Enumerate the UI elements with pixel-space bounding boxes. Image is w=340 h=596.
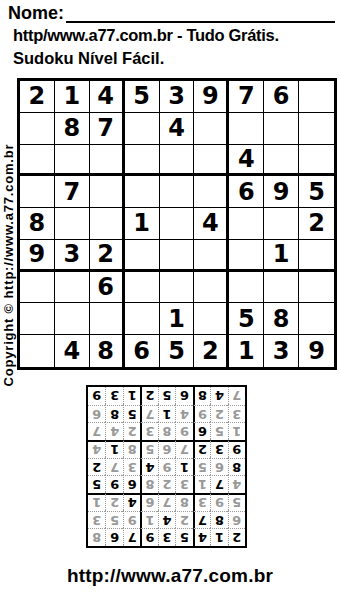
puzzle-cell-r7c2[interactable] bbox=[55, 272, 90, 304]
solution-cell-r5c4: 1 bbox=[175, 458, 192, 476]
puzzle-cell-r8c2[interactable] bbox=[55, 303, 90, 335]
solution-cell-r2c8: 5 bbox=[105, 511, 122, 529]
solution-cell-r6c8: 1 bbox=[105, 440, 122, 458]
solution-cell-r8c4: 4 bbox=[175, 405, 192, 423]
solution-cell-r5c5: 9 bbox=[158, 458, 175, 476]
puzzle-cell-r7c1[interactable] bbox=[20, 272, 55, 304]
solution-cell-r3c3: 3 bbox=[193, 493, 210, 511]
solution-cell-r6c7: 8 bbox=[123, 440, 140, 458]
puzzle-cell-r7c5[interactable] bbox=[160, 272, 195, 304]
solution-cell-r6c6: 5 bbox=[140, 440, 157, 458]
solution-cell-r4c9: 5 bbox=[88, 475, 105, 493]
solution-cell-r1c1: 2 bbox=[228, 528, 245, 546]
puzzle-cell-r2c3: 7 bbox=[90, 113, 125, 145]
puzzle-cell-r5c8[interactable] bbox=[264, 208, 299, 240]
puzzle-cell-r4c9: 5 bbox=[299, 176, 334, 208]
solution-cell-r4c4: 3 bbox=[175, 475, 192, 493]
solution-cell-r5c1: 8 bbox=[228, 458, 245, 476]
solution-cell-r9c4: 6 bbox=[175, 387, 192, 405]
solution-cell-r8c6: 7 bbox=[140, 405, 157, 423]
puzzle-cell-r8c4[interactable] bbox=[125, 303, 160, 335]
solution-cell-r7c8: 4 bbox=[105, 422, 122, 440]
name-row: Nome: bbox=[8, 2, 335, 23]
puzzle-cell-r9c9: 9 bbox=[299, 335, 334, 367]
puzzle-cell-r4c7: 6 bbox=[229, 176, 264, 208]
solution-cell-r7c4: 9 bbox=[175, 422, 192, 440]
puzzle-cell-r5c3[interactable] bbox=[90, 208, 125, 240]
puzzle-cell-r9c7: 1 bbox=[229, 335, 264, 367]
puzzle-cell-r9c1[interactable] bbox=[20, 335, 55, 367]
solution-cell-r6c9: 4 bbox=[88, 440, 105, 458]
solution-cell-r3c4: 8 bbox=[175, 493, 192, 511]
solution-cell-r1c9: 8 bbox=[88, 528, 105, 546]
solution-cell-r9c9: 9 bbox=[88, 387, 105, 405]
solution-cell-r7c9: 7 bbox=[88, 422, 105, 440]
puzzle-cell-r4c6[interactable] bbox=[194, 176, 229, 208]
puzzle-cell-r1c5: 3 bbox=[160, 81, 195, 113]
solution-cell-r7c1: 1 bbox=[228, 422, 245, 440]
solution-cell-r7c7: 2 bbox=[123, 422, 140, 440]
puzzle-cell-r8c7: 5 bbox=[229, 303, 264, 335]
solution-cell-r5c8: 7 bbox=[105, 458, 122, 476]
solution-cell-r1c8: 6 bbox=[105, 528, 122, 546]
puzzle-cell-r9c4: 6 bbox=[125, 335, 160, 367]
solution-cell-r5c3: 5 bbox=[193, 458, 210, 476]
puzzle-cell-r2c7[interactable] bbox=[229, 113, 264, 145]
solution-cell-r6c2: 3 bbox=[210, 440, 227, 458]
solution-cell-r6c1: 9 bbox=[228, 440, 245, 458]
puzzle-cell-r3c2[interactable] bbox=[55, 145, 90, 177]
puzzle-cell-r2c5: 4 bbox=[160, 113, 195, 145]
solution-cell-r2c4: 2 bbox=[175, 511, 192, 529]
puzzle-cell-r4c2: 7 bbox=[55, 176, 90, 208]
solution-cell-r1c4: 5 bbox=[175, 528, 192, 546]
solution-cell-r1c2: 1 bbox=[210, 528, 227, 546]
solution-cell-r1c6: 9 bbox=[140, 528, 157, 546]
puzzle-cell-r6c6[interactable] bbox=[194, 240, 229, 272]
puzzle-cell-r7c8[interactable] bbox=[264, 272, 299, 304]
solution-cell-r2c5: 4 bbox=[158, 511, 175, 529]
puzzle-cell-r1c9[interactable] bbox=[299, 81, 334, 113]
puzzle-cell-r4c3[interactable] bbox=[90, 176, 125, 208]
copyright-vertical-text: Copyright © http://www.a77.com.br bbox=[1, 85, 17, 445]
solution-cell-r8c8: 8 bbox=[105, 405, 122, 423]
puzzle-cell-r3c1[interactable] bbox=[20, 145, 55, 177]
puzzle-cell-r3c6[interactable] bbox=[194, 145, 229, 177]
puzzle-cell-r3c7: 4 bbox=[229, 145, 264, 177]
solution-cell-r6c4: 7 bbox=[175, 440, 192, 458]
puzzle-cell-r1c8: 6 bbox=[264, 81, 299, 113]
solution-cell-r7c2: 5 bbox=[210, 422, 227, 440]
puzzle-cell-r8c5: 1 bbox=[160, 303, 195, 335]
puzzle-cell-r7c4[interactable] bbox=[125, 272, 160, 304]
puzzle-cell-r2c9[interactable] bbox=[299, 113, 334, 145]
puzzle-cell-r9c2: 4 bbox=[55, 335, 90, 367]
solution-cell-r6c3: 2 bbox=[193, 440, 210, 458]
puzzle-cell-r4c5[interactable] bbox=[160, 176, 195, 208]
solution-cell-r3c6: 6 bbox=[140, 493, 157, 511]
puzzle-cell-r4c8: 9 bbox=[264, 176, 299, 208]
solution-cell-r2c3: 7 bbox=[193, 511, 210, 529]
solution-cell-r2c2: 8 bbox=[210, 511, 227, 529]
puzzle-cell-r4c1[interactable] bbox=[20, 176, 55, 208]
puzzle-cell-r1c4: 5 bbox=[125, 81, 160, 113]
puzzle-cell-r1c7: 7 bbox=[229, 81, 264, 113]
solution-cell-r2c6: 1 bbox=[140, 511, 157, 529]
puzzle-cell-r9c8: 3 bbox=[264, 335, 299, 367]
puzzle-cell-r5c9: 2 bbox=[299, 208, 334, 240]
puzzle-cell-r3c4[interactable] bbox=[125, 145, 160, 177]
puzzle-cell-r9c3: 8 bbox=[90, 335, 125, 367]
puzzle-cell-r3c9[interactable] bbox=[299, 145, 334, 177]
puzzle-cell-r6c9[interactable] bbox=[299, 240, 334, 272]
puzzle-cell-r6c8: 1 bbox=[264, 240, 299, 272]
puzzle-cell-r5c2[interactable] bbox=[55, 208, 90, 240]
name-fill-line[interactable] bbox=[66, 2, 335, 23]
solution-cell-r3c9: 1 bbox=[88, 493, 105, 511]
puzzle-cell-r5c7[interactable] bbox=[229, 208, 264, 240]
solution-cell-r9c6: 2 bbox=[140, 387, 157, 405]
puzzle-cell-r6c1: 9 bbox=[20, 240, 55, 272]
solution-cell-r8c1: 3 bbox=[228, 405, 245, 423]
puzzle-cell-r2c8[interactable] bbox=[264, 113, 299, 145]
footer-url: http://www.a77.com.br bbox=[0, 565, 340, 587]
solution-cell-r2c9: 3 bbox=[88, 511, 105, 529]
puzzle-cell-r6c4[interactable] bbox=[125, 240, 160, 272]
puzzle-cell-r6c7[interactable] bbox=[229, 240, 264, 272]
puzzle-cell-r8c3[interactable] bbox=[90, 303, 125, 335]
solution-cell-r1c7: 7 bbox=[123, 528, 140, 546]
solution-cell-r8c3: 9 bbox=[193, 405, 210, 423]
solution-cell-r5c6: 4 bbox=[140, 458, 157, 476]
puzzle-cell-r5c5[interactable] bbox=[160, 208, 195, 240]
puzzle-cell-r6c5[interactable] bbox=[160, 240, 195, 272]
solution-cell-r7c5: 8 bbox=[158, 422, 175, 440]
solution-cell-r7c3: 6 bbox=[193, 422, 210, 440]
solution-cell-r9c7: 1 bbox=[123, 387, 140, 405]
solution-cell-r5c9: 2 bbox=[88, 458, 105, 476]
solution-cell-r4c1: 4 bbox=[228, 475, 245, 493]
solution-cell-r4c2: 7 bbox=[210, 475, 227, 493]
name-label: Nome: bbox=[8, 3, 64, 23]
puzzle-cell-r1c1: 2 bbox=[20, 81, 55, 113]
puzzle-cell-r3c5[interactable] bbox=[160, 145, 195, 177]
puzzle-grid: 214539768744769581429321615848652139 bbox=[17, 78, 337, 370]
puzzle-cell-r1c2: 1 bbox=[55, 81, 90, 113]
puzzle-cell-r3c3[interactable] bbox=[90, 145, 125, 177]
puzzle-cell-r2c4[interactable] bbox=[125, 113, 160, 145]
solution-grid-rotated: 2145397686872419535938764214713286958651… bbox=[86, 385, 247, 548]
solution-cell-r2c1: 6 bbox=[228, 511, 245, 529]
solution-cell-r8c9: 6 bbox=[88, 405, 105, 423]
solution-cell-r2c7: 9 bbox=[123, 511, 140, 529]
solution-cell-r4c6: 8 bbox=[140, 475, 157, 493]
solution-cell-r9c5: 5 bbox=[158, 387, 175, 405]
puzzle-cell-r6c2: 3 bbox=[55, 240, 90, 272]
solution-cell-r8c2: 2 bbox=[210, 405, 227, 423]
solution-cell-r5c7: 3 bbox=[123, 458, 140, 476]
solution-cell-r4c8: 9 bbox=[105, 475, 122, 493]
site-header: http/www.a77.com.br - Tudo Grátis. bbox=[13, 26, 279, 45]
puzzle-cell-r7c3: 6 bbox=[90, 272, 125, 304]
puzzle-cell-r7c7[interactable] bbox=[229, 272, 264, 304]
solution-cell-r3c5: 7 bbox=[158, 493, 175, 511]
puzzle-cell-r2c6[interactable] bbox=[194, 113, 229, 145]
puzzle-cell-r9c6: 2 bbox=[194, 335, 229, 367]
puzzle-cell-r1c3: 4 bbox=[90, 81, 125, 113]
solution-cell-r9c2: 4 bbox=[210, 387, 227, 405]
solution-cell-r4c5: 2 bbox=[158, 475, 175, 493]
solution-cell-r8c7: 5 bbox=[123, 405, 140, 423]
puzzle-cell-r7c6[interactable] bbox=[194, 272, 229, 304]
solution-cell-r3c1: 5 bbox=[228, 493, 245, 511]
puzzle-cell-r2c1[interactable] bbox=[20, 113, 55, 145]
puzzle-cell-r1c6: 9 bbox=[194, 81, 229, 113]
solution-cell-r9c1: 7 bbox=[228, 387, 245, 405]
solution-cell-r6c5: 6 bbox=[158, 440, 175, 458]
solution-cell-r9c3: 8 bbox=[193, 387, 210, 405]
puzzle-cell-r5c1: 8 bbox=[20, 208, 55, 240]
puzzle-cell-r6c3: 2 bbox=[90, 240, 125, 272]
solution-cell-r1c5: 3 bbox=[158, 528, 175, 546]
solution-cell-r3c2: 9 bbox=[210, 493, 227, 511]
puzzle-cell-r7c9[interactable] bbox=[299, 272, 334, 304]
puzzle-cell-r2c2: 8 bbox=[55, 113, 90, 145]
solution-cell-r3c7: 4 bbox=[123, 493, 140, 511]
solution-cell-r4c7: 6 bbox=[123, 475, 140, 493]
puzzle-cell-r8c1[interactable] bbox=[20, 303, 55, 335]
puzzle-cell-r8c6[interactable] bbox=[194, 303, 229, 335]
puzzle-cell-r9c5: 5 bbox=[160, 335, 195, 367]
solution-cell-r3c8: 2 bbox=[105, 493, 122, 511]
solution-cell-r7c6: 3 bbox=[140, 422, 157, 440]
solution-cell-r4c3: 1 bbox=[193, 475, 210, 493]
puzzle-cell-r8c8: 8 bbox=[264, 303, 299, 335]
solution-cell-r5c2: 6 bbox=[210, 458, 227, 476]
solution-cell-r8c5: 1 bbox=[158, 405, 175, 423]
solution-cell-r1c3: 4 bbox=[193, 528, 210, 546]
puzzle-cell-r5c6: 4 bbox=[194, 208, 229, 240]
puzzle-cell-r4c4[interactable] bbox=[125, 176, 160, 208]
puzzle-cell-r8c9[interactable] bbox=[299, 303, 334, 335]
puzzle-level-title: Sudoku Nível Fácil. bbox=[13, 49, 164, 68]
solution-cell-r9c8: 3 bbox=[105, 387, 122, 405]
puzzle-cell-r3c8[interactable] bbox=[264, 145, 299, 177]
puzzle-cell-r5c4: 1 bbox=[125, 208, 160, 240]
